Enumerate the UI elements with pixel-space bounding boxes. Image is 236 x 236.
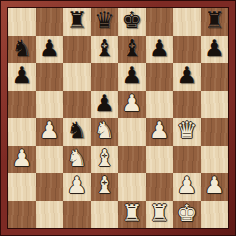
square-a7[interactable]: ♞ <box>8 36 36 64</box>
piece-white-pawn-c2[interactable]: ♟ <box>66 174 87 197</box>
piece-white-rook-e1[interactable]: ♜ <box>121 202 142 225</box>
piece-white-knight-d4[interactable]: ♞ <box>94 119 115 142</box>
square-g6[interactable]: ♟ <box>173 63 201 91</box>
square-a2[interactable] <box>8 173 36 201</box>
square-c4[interactable]: ♞ <box>63 118 91 146</box>
square-f4[interactable]: ♟ <box>146 118 174 146</box>
square-g7[interactable] <box>173 36 201 64</box>
piece-white-pawn-e5[interactable]: ♟ <box>121 92 142 115</box>
square-b3[interactable] <box>36 146 64 174</box>
piece-white-bishop-d2[interactable]: ♝ <box>94 174 115 197</box>
square-h4[interactable] <box>201 118 229 146</box>
square-a3[interactable]: ♟ <box>8 146 36 174</box>
piece-black-pawn-e6[interactable]: ♟ <box>121 64 142 87</box>
square-c2[interactable]: ♟ <box>63 173 91 201</box>
piece-black-queen-d8[interactable]: ♛ <box>94 9 115 32</box>
square-d8[interactable]: ♛ <box>91 8 119 36</box>
square-a5[interactable] <box>8 91 36 119</box>
square-e8[interactable]: ♚ <box>118 8 146 36</box>
square-c8[interactable]: ♜ <box>63 8 91 36</box>
square-a1[interactable] <box>8 201 36 229</box>
square-g2[interactable]: ♟ <box>173 173 201 201</box>
piece-black-pawn-d5[interactable]: ♟ <box>94 92 115 115</box>
square-g8[interactable] <box>173 8 201 36</box>
square-b4[interactable]: ♟ <box>36 118 64 146</box>
square-e7[interactable]: ♝ <box>118 36 146 64</box>
square-b1[interactable] <box>36 201 64 229</box>
square-a6[interactable]: ♟ <box>8 63 36 91</box>
piece-white-pawn-f4[interactable]: ♟ <box>149 119 170 142</box>
square-b8[interactable] <box>36 8 64 36</box>
square-h7[interactable]: ♟ <box>201 36 229 64</box>
square-h8[interactable]: ♜ <box>201 8 229 36</box>
square-e3[interactable] <box>118 146 146 174</box>
square-e6[interactable]: ♟ <box>118 63 146 91</box>
piece-black-pawn-g6[interactable]: ♟ <box>176 64 197 87</box>
piece-black-knight-a7[interactable]: ♞ <box>11 37 32 60</box>
square-h2[interactable]: ♟ <box>201 173 229 201</box>
square-c1[interactable] <box>63 201 91 229</box>
piece-white-pawn-h2[interactable]: ♟ <box>204 174 225 197</box>
square-c6[interactable] <box>63 63 91 91</box>
piece-black-pawn-h7[interactable]: ♟ <box>204 37 225 60</box>
piece-black-pawn-b7[interactable]: ♟ <box>39 37 60 60</box>
square-f5[interactable] <box>146 91 174 119</box>
square-b6[interactable] <box>36 63 64 91</box>
square-f7[interactable]: ♟ <box>146 36 174 64</box>
board-frame: ♜♛♚♜♞♟♝♝♟♟♟♟♟♟♟♟♞♞♟♛♟♞♝♟♝♟♟♜♜♚ <box>0 0 236 236</box>
square-c7[interactable] <box>63 36 91 64</box>
square-a4[interactable] <box>8 118 36 146</box>
piece-black-pawn-f7[interactable]: ♟ <box>149 37 170 60</box>
square-h6[interactable] <box>201 63 229 91</box>
piece-black-rook-h8[interactable]: ♜ <box>204 9 225 32</box>
square-h5[interactable] <box>201 91 229 119</box>
piece-white-queen-g4[interactable]: ♛ <box>176 119 197 142</box>
piece-black-knight-c4[interactable]: ♞ <box>66 119 87 142</box>
piece-white-knight-c3[interactable]: ♞ <box>66 147 87 170</box>
piece-black-rook-c8[interactable]: ♜ <box>66 9 87 32</box>
square-b5[interactable] <box>36 91 64 119</box>
square-e5[interactable]: ♟ <box>118 91 146 119</box>
square-g5[interactable] <box>173 91 201 119</box>
square-d5[interactable]: ♟ <box>91 91 119 119</box>
square-b7[interactable]: ♟ <box>36 36 64 64</box>
square-d7[interactable]: ♝ <box>91 36 119 64</box>
square-d6[interactable] <box>91 63 119 91</box>
square-c3[interactable]: ♞ <box>63 146 91 174</box>
square-d4[interactable]: ♞ <box>91 118 119 146</box>
square-g4[interactable]: ♛ <box>173 118 201 146</box>
square-d1[interactable] <box>91 201 119 229</box>
square-f2[interactable] <box>146 173 174 201</box>
square-d3[interactable]: ♝ <box>91 146 119 174</box>
square-a8[interactable] <box>8 8 36 36</box>
square-f3[interactable] <box>146 146 174 174</box>
square-h3[interactable] <box>201 146 229 174</box>
piece-white-pawn-a3[interactable]: ♟ <box>11 147 32 170</box>
piece-black-king-e8[interactable]: ♚ <box>121 9 142 32</box>
square-d2[interactable]: ♝ <box>91 173 119 201</box>
square-e1[interactable]: ♜ <box>118 201 146 229</box>
square-e2[interactable] <box>118 173 146 201</box>
square-c5[interactable] <box>63 91 91 119</box>
square-h1[interactable] <box>201 201 229 229</box>
square-f6[interactable] <box>146 63 174 91</box>
piece-black-bishop-d7[interactable]: ♝ <box>94 37 115 60</box>
piece-white-rook-f1[interactable]: ♜ <box>149 202 170 225</box>
square-g3[interactable] <box>173 146 201 174</box>
piece-white-pawn-b4[interactable]: ♟ <box>39 119 60 142</box>
square-e4[interactable] <box>118 118 146 146</box>
piece-black-pawn-a6[interactable]: ♟ <box>11 64 32 87</box>
chess-board: ♜♛♚♜♞♟♝♝♟♟♟♟♟♟♟♟♞♞♟♛♟♞♝♟♝♟♟♜♜♚ <box>8 8 228 228</box>
square-g1[interactable]: ♚ <box>173 201 201 229</box>
piece-white-pawn-g2[interactable]: ♟ <box>176 174 197 197</box>
square-f1[interactable]: ♜ <box>146 201 174 229</box>
piece-white-bishop-d3[interactable]: ♝ <box>94 147 115 170</box>
piece-white-king-g1[interactable]: ♚ <box>176 202 197 225</box>
square-f8[interactable] <box>146 8 174 36</box>
piece-black-bishop-e7[interactable]: ♝ <box>121 37 142 60</box>
square-b2[interactable] <box>36 173 64 201</box>
